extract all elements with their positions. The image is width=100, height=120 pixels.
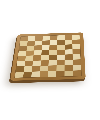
board-square <box>48 71 56 77</box>
board-square <box>64 70 72 76</box>
board-square <box>56 71 64 77</box>
board-square <box>73 70 82 76</box>
photo-background <box>0 0 100 120</box>
board-frame <box>10 32 86 80</box>
board-grid <box>15 35 81 78</box>
